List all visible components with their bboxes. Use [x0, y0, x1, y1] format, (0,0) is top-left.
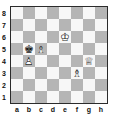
square-a8[interactable] [11, 7, 23, 19]
rank-label-3: 3 [0, 67, 9, 79]
square-d5[interactable] [47, 43, 59, 55]
square-a3[interactable] [11, 67, 23, 79]
square-f8[interactable] [71, 7, 83, 19]
file-label-h: h [95, 104, 107, 115]
piece-outline-glyph: ♕ [83, 55, 95, 67]
square-a2[interactable] [11, 79, 23, 91]
square-g8[interactable] [83, 7, 95, 19]
square-g2[interactable] [83, 79, 95, 91]
square-b3[interactable] [23, 67, 35, 79]
square-f5[interactable] [71, 43, 83, 55]
file-label-e: e [59, 104, 71, 115]
square-d2[interactable] [47, 79, 59, 91]
white-king-e6[interactable]: ♚♔ [59, 31, 71, 43]
piece-outline-glyph: ♔ [59, 31, 71, 43]
piece-outline-glyph: ♗ [71, 67, 83, 79]
square-d3[interactable] [47, 67, 59, 79]
square-d7[interactable] [47, 19, 59, 31]
square-b8[interactable] [23, 7, 35, 19]
rank-label-8: 8 [0, 7, 9, 19]
square-f7[interactable] [71, 19, 83, 31]
square-d8[interactable] [47, 7, 59, 19]
square-h6[interactable] [95, 31, 107, 43]
square-b1[interactable] [23, 91, 35, 103]
square-e8[interactable] [59, 7, 71, 19]
square-a4[interactable] [11, 55, 23, 67]
square-f6[interactable] [71, 31, 83, 43]
square-c5[interactable]: ♝♗ [35, 43, 47, 55]
square-c6[interactable] [35, 31, 47, 43]
square-d1[interactable] [47, 91, 59, 103]
file-label-a: a [11, 104, 23, 115]
square-e6[interactable]: ♚♔ [59, 31, 71, 43]
square-h2[interactable] [95, 79, 107, 91]
square-c2[interactable] [35, 79, 47, 91]
square-g5[interactable] [83, 43, 95, 55]
square-e3[interactable] [59, 67, 71, 79]
square-a1[interactable] [11, 91, 23, 103]
square-g1[interactable] [83, 91, 95, 103]
square-c3[interactable] [35, 67, 47, 79]
file-label-d: d [47, 104, 59, 115]
square-a7[interactable] [11, 19, 23, 31]
file-label-b: b [23, 104, 35, 115]
black-king-b5[interactable]: ♚ [23, 43, 35, 55]
rank-labels: 87654321 [0, 7, 9, 103]
white-queen-g4[interactable]: ♛♕ [83, 55, 95, 67]
square-c7[interactable] [35, 19, 47, 31]
square-e5[interactable] [59, 43, 71, 55]
square-c1[interactable] [35, 91, 47, 103]
square-f4[interactable] [71, 55, 83, 67]
square-c8[interactable] [35, 7, 47, 19]
square-b5[interactable]: ♚ [23, 43, 35, 55]
square-g7[interactable] [83, 19, 95, 31]
white-bishop-f3[interactable]: ♝♗ [71, 67, 83, 79]
square-d4[interactable] [47, 55, 59, 67]
square-e7[interactable] [59, 19, 71, 31]
piece-outline-glyph: ♗ [35, 43, 47, 55]
rank-label-1: 1 [0, 91, 9, 103]
square-a6[interactable] [11, 31, 23, 43]
square-g6[interactable] [83, 31, 95, 43]
square-e1[interactable] [59, 91, 71, 103]
square-b4[interactable]: ♟♙ [23, 55, 35, 67]
file-label-c: c [35, 104, 47, 115]
square-f3[interactable]: ♝♗ [71, 67, 83, 79]
square-h1[interactable] [95, 91, 107, 103]
square-a5[interactable] [11, 43, 23, 55]
rank-label-4: 4 [0, 55, 9, 67]
square-h8[interactable] [95, 7, 107, 19]
rank-label-7: 7 [0, 19, 9, 31]
white-pawn-b4[interactable]: ♟♙ [23, 55, 35, 67]
rank-label-6: 6 [0, 31, 9, 43]
square-b6[interactable] [23, 31, 35, 43]
file-label-f: f [71, 104, 83, 115]
square-d6[interactable] [47, 31, 59, 43]
square-h3[interactable] [95, 67, 107, 79]
square-h5[interactable] [95, 43, 107, 55]
piece-outline-glyph: ♙ [23, 55, 35, 67]
rank-label-5: 5 [0, 43, 9, 55]
file-labels: abcdefgh [11, 104, 107, 115]
square-h7[interactable] [95, 19, 107, 31]
file-label-g: g [83, 104, 95, 115]
square-h4[interactable] [95, 55, 107, 67]
square-g3[interactable] [83, 67, 95, 79]
square-e4[interactable] [59, 55, 71, 67]
square-b7[interactable] [23, 19, 35, 31]
piece-fill-glyph: ♚ [23, 43, 35, 55]
chess-diagram: 87654321 ♚♔♚♝♗♟♙♛♕♝♗ abcdefgh [0, 0, 118, 118]
square-g4[interactable]: ♛♕ [83, 55, 95, 67]
square-b2[interactable] [23, 79, 35, 91]
square-f2[interactable] [71, 79, 83, 91]
square-f1[interactable] [71, 91, 83, 103]
chess-board: ♚♔♚♝♗♟♙♛♕♝♗ [10, 6, 108, 104]
rank-label-2: 2 [0, 79, 9, 91]
white-bishop-c5[interactable]: ♝♗ [35, 43, 47, 55]
square-e2[interactable] [59, 79, 71, 91]
square-c4[interactable] [35, 55, 47, 67]
